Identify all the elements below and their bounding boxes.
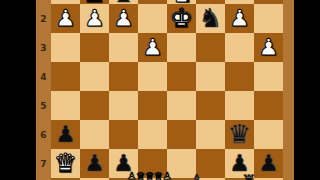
square-f5[interactable]	[109, 91, 138, 120]
white-pawn-b2-piece[interactable]: ♟	[225, 4, 254, 33]
black-pawn-h6-piece[interactable]: ♟	[51, 120, 80, 149]
square-h7[interactable]: ♛	[51, 149, 80, 178]
chess-app-window: 12345678 ♜♝♞♟♟♟♚♞♟♟♟♟♛♛♟♟♟♟♚♝♜ ♙♕♕♕♙ ♝ ♜	[0, 0, 320, 180]
square-h5[interactable]	[51, 91, 80, 120]
square-b6[interactable]: ♛	[225, 120, 254, 149]
square-f3[interactable]	[109, 33, 138, 62]
black-pawn-g7-piece[interactable]: ♟	[80, 149, 109, 178]
square-a3[interactable]: ♟	[254, 33, 283, 62]
square-f6[interactable]	[109, 120, 138, 149]
black-queen-b6-piece[interactable]: ♛	[225, 120, 254, 149]
rank-label-5: 5	[36, 91, 51, 120]
square-c5[interactable]	[196, 91, 225, 120]
square-b5[interactable]	[225, 91, 254, 120]
square-h2[interactable]: ♟	[51, 4, 80, 33]
square-h3[interactable]	[51, 33, 80, 62]
square-a4[interactable]	[254, 62, 283, 91]
rank-label-3: 3	[36, 33, 51, 62]
white-pawn-e3-piece[interactable]: ♟	[138, 33, 167, 62]
square-h4[interactable]	[51, 62, 80, 91]
white-queen-h7-piece[interactable]: ♛	[51, 149, 80, 178]
rank-label-4: 4	[36, 62, 51, 91]
square-g8[interactable]	[80, 178, 109, 180]
white-pawn-h2-piece[interactable]: ♟	[51, 4, 80, 33]
square-d5[interactable]	[167, 91, 196, 120]
square-c4[interactable]	[196, 62, 225, 91]
rank8-bishop-top: ♝	[190, 171, 208, 180]
square-g7[interactable]: ♟	[80, 149, 109, 178]
square-a2[interactable]	[254, 4, 283, 33]
square-g3[interactable]	[80, 33, 109, 62]
white-pawn-g2-piece[interactable]: ♟	[80, 4, 109, 33]
square-c2[interactable]: ♞	[196, 4, 225, 33]
square-d6[interactable]	[167, 120, 196, 149]
square-e4[interactable]	[138, 62, 167, 91]
rank8-king-crown-tops: ♙♕♕♕♙	[127, 170, 183, 180]
square-f4[interactable]	[109, 62, 138, 91]
square-d4[interactable]	[167, 62, 196, 91]
rank-label-2: 2	[36, 4, 51, 33]
square-c6[interactable]	[196, 120, 225, 149]
square-h8[interactable]	[51, 178, 80, 180]
square-g6[interactable]	[80, 120, 109, 149]
rank-label-8: 8	[36, 178, 51, 180]
square-g5[interactable]	[80, 91, 109, 120]
rank8-rook-top: ♜	[241, 171, 269, 180]
black-knight-c2-piece[interactable]: ♞	[196, 4, 225, 33]
square-b3[interactable]	[225, 33, 254, 62]
square-h6[interactable]: ♟	[51, 120, 80, 149]
square-g2[interactable]: ♟	[80, 4, 109, 33]
square-a6[interactable]	[254, 120, 283, 149]
square-g4[interactable]	[80, 62, 109, 91]
chess-board: ♜♝♞♟♟♟♚♞♟♟♟♟♛♛♟♟♟♟♚♝♜	[51, 0, 283, 180]
white-pawn-a3-piece[interactable]: ♟	[254, 33, 283, 62]
square-d3[interactable]	[167, 33, 196, 62]
white-king-d2-piece[interactable]: ♚	[167, 4, 196, 33]
square-d2[interactable]: ♚	[167, 4, 196, 33]
square-b2[interactable]: ♟	[225, 4, 254, 33]
square-e2[interactable]	[138, 4, 167, 33]
square-b4[interactable]	[225, 62, 254, 91]
square-e3[interactable]: ♟	[138, 33, 167, 62]
square-c3[interactable]	[196, 33, 225, 62]
square-e6[interactable]	[138, 120, 167, 149]
square-a5[interactable]	[254, 91, 283, 120]
square-f2[interactable]: ♟	[109, 4, 138, 33]
rank-label-6: 6	[36, 120, 51, 149]
rank-label-column: 12345678	[36, 0, 51, 180]
white-pawn-f2-piece[interactable]: ♟	[109, 4, 138, 33]
rank-label-7: 7	[36, 149, 51, 178]
square-e5[interactable]	[138, 91, 167, 120]
